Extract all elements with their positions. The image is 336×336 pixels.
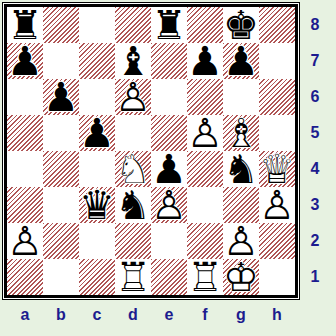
square-d4[interactable]: ♞♘ — [115, 151, 151, 187]
square-h4[interactable]: ♛♕ — [259, 151, 295, 187]
black-pawn: ♟ — [187, 43, 223, 79]
square-c2[interactable] — [79, 223, 115, 259]
square-d3[interactable]: ♞ — [115, 187, 151, 223]
file-label-d: d — [115, 301, 151, 329]
square-a2[interactable]: ♟♙ — [7, 223, 43, 259]
file-coordinates: abcdefgh — [7, 301, 295, 329]
square-h7[interactable] — [259, 43, 295, 79]
rank-coordinates: 87654321 — [301, 7, 329, 295]
white-pawn-fill: ♟ — [151, 187, 187, 223]
square-d2[interactable] — [115, 223, 151, 259]
square-f4[interactable] — [187, 151, 223, 187]
white-rook: ♖ — [187, 259, 223, 295]
square-h8[interactable] — [259, 7, 295, 43]
square-d7[interactable]: ♝ — [115, 43, 151, 79]
white-king: ♔ — [223, 259, 259, 295]
white-pawn: ♙ — [187, 115, 223, 151]
board-frame: ♜♜♚♟♝♟♟♟♟♙♟♟♙♝♗♞♘♟♞♛♕♛♞♟♙♟♙♟♙♟♙♜♖♜♖♚♔ — [2, 2, 300, 300]
square-c5[interactable]: ♟ — [79, 115, 115, 151]
white-rook-fill: ♜ — [115, 259, 151, 295]
black-pawn: ♟ — [43, 79, 79, 115]
square-f1[interactable]: ♜♖ — [187, 259, 223, 295]
white-pawn-fill: ♟ — [187, 115, 223, 151]
square-g6[interactable] — [223, 79, 259, 115]
black-knight: ♞ — [223, 151, 259, 187]
square-d6[interactable]: ♟♙ — [115, 79, 151, 115]
square-b3[interactable] — [43, 187, 79, 223]
square-c6[interactable] — [79, 79, 115, 115]
square-f2[interactable] — [187, 223, 223, 259]
square-g7[interactable]: ♟ — [223, 43, 259, 79]
white-rook: ♖ — [115, 259, 151, 295]
black-king: ♚ — [223, 7, 259, 43]
file-label-c: c — [79, 301, 115, 329]
square-h6[interactable] — [259, 79, 295, 115]
white-king-fill: ♚ — [223, 259, 259, 295]
square-e7[interactable] — [151, 43, 187, 79]
square-e2[interactable] — [151, 223, 187, 259]
rank-label-3: 3 — [301, 187, 329, 223]
square-g4[interactable]: ♞ — [223, 151, 259, 187]
square-h2[interactable] — [259, 223, 295, 259]
white-pawn: ♙ — [223, 223, 259, 259]
white-pawn-fill: ♟ — [223, 223, 259, 259]
rank-label-7: 7 — [301, 43, 329, 79]
square-g5[interactable]: ♝♗ — [223, 115, 259, 151]
file-label-g: g — [223, 301, 259, 329]
white-pawn-fill: ♟ — [115, 79, 151, 115]
square-d5[interactable] — [115, 115, 151, 151]
square-c7[interactable] — [79, 43, 115, 79]
white-pawn: ♙ — [151, 187, 187, 223]
white-knight: ♘ — [115, 151, 151, 187]
white-queen-fill: ♛ — [259, 151, 295, 187]
white-rook-fill: ♜ — [187, 259, 223, 295]
black-rook: ♜ — [7, 7, 43, 43]
white-pawn-fill: ♟ — [7, 223, 43, 259]
square-b1[interactable] — [43, 259, 79, 295]
square-d8[interactable] — [115, 7, 151, 43]
square-a6[interactable] — [7, 79, 43, 115]
square-g2[interactable]: ♟♙ — [223, 223, 259, 259]
rank-label-8: 8 — [301, 7, 329, 43]
square-c1[interactable] — [79, 259, 115, 295]
square-h1[interactable] — [259, 259, 295, 295]
file-label-h: h — [259, 301, 295, 329]
square-f8[interactable] — [187, 7, 223, 43]
square-c3[interactable]: ♛ — [79, 187, 115, 223]
square-f5[interactable]: ♟♙ — [187, 115, 223, 151]
square-d1[interactable]: ♜♖ — [115, 259, 151, 295]
black-pawn: ♟ — [151, 151, 187, 187]
square-e3[interactable]: ♟♙ — [151, 187, 187, 223]
square-a4[interactable] — [7, 151, 43, 187]
white-queen: ♕ — [259, 151, 295, 187]
white-bishop: ♗ — [223, 115, 259, 151]
square-a3[interactable] — [7, 187, 43, 223]
file-label-a: a — [7, 301, 43, 329]
square-b6[interactable]: ♟ — [43, 79, 79, 115]
file-label-e: e — [151, 301, 187, 329]
square-e1[interactable] — [151, 259, 187, 295]
square-h5[interactable] — [259, 115, 295, 151]
black-knight: ♞ — [115, 187, 151, 223]
white-pawn-fill: ♟ — [259, 187, 295, 223]
file-label-b: b — [43, 301, 79, 329]
square-f7[interactable]: ♟ — [187, 43, 223, 79]
black-pawn: ♟ — [79, 115, 115, 151]
square-b8[interactable] — [43, 7, 79, 43]
rank-label-6: 6 — [301, 79, 329, 115]
chess-board: ♜♜♚♟♝♟♟♟♟♙♟♟♙♝♗♞♘♟♞♛♕♛♞♟♙♟♙♟♙♟♙♜♖♜♖♚♔ — [4, 4, 298, 298]
black-bishop: ♝ — [115, 43, 151, 79]
square-a1[interactable] — [7, 259, 43, 295]
square-e8[interactable]: ♜ — [151, 7, 187, 43]
white-knight-fill: ♞ — [115, 151, 151, 187]
white-bishop-fill: ♝ — [223, 115, 259, 151]
square-a5[interactable] — [7, 115, 43, 151]
black-pawn: ♟ — [7, 43, 43, 79]
rank-label-5: 5 — [301, 115, 329, 151]
square-f3[interactable] — [187, 187, 223, 223]
black-queen: ♛ — [79, 187, 115, 223]
square-g8[interactable]: ♚ — [223, 7, 259, 43]
square-e6[interactable] — [151, 79, 187, 115]
white-pawn: ♙ — [115, 79, 151, 115]
square-f6[interactable] — [187, 79, 223, 115]
square-e5[interactable] — [151, 115, 187, 151]
square-g1[interactable]: ♚♔ — [223, 259, 259, 295]
rank-label-2: 2 — [301, 223, 329, 259]
square-b5[interactable] — [43, 115, 79, 151]
square-b2[interactable] — [43, 223, 79, 259]
white-pawn: ♙ — [7, 223, 43, 259]
black-pawn: ♟ — [223, 43, 259, 79]
file-label-f: f — [187, 301, 223, 329]
square-a8[interactable]: ♜ — [7, 7, 43, 43]
square-b4[interactable] — [43, 151, 79, 187]
square-e4[interactable]: ♟ — [151, 151, 187, 187]
square-c4[interactable] — [79, 151, 115, 187]
rank-label-4: 4 — [301, 151, 329, 187]
square-a7[interactable]: ♟ — [7, 43, 43, 79]
square-h3[interactable]: ♟♙ — [259, 187, 295, 223]
square-g3[interactable] — [223, 187, 259, 223]
square-b7[interactable] — [43, 43, 79, 79]
white-pawn: ♙ — [259, 187, 295, 223]
square-c8[interactable] — [79, 7, 115, 43]
black-rook: ♜ — [151, 7, 187, 43]
rank-label-1: 1 — [301, 259, 329, 295]
chess-diagram: ♜♜♚♟♝♟♟♟♟♙♟♟♙♝♗♞♘♟♞♛♕♛♞♟♙♟♙♟♙♟♙♜♖♜♖♚♔ 87… — [0, 0, 336, 336]
